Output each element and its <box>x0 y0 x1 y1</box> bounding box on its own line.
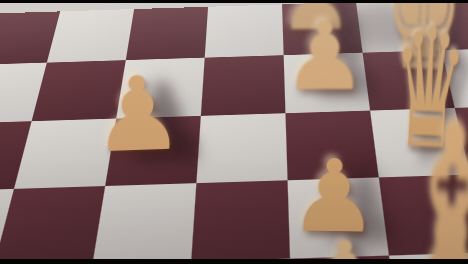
photo-frame: ♟♟♟♚♛♝♟♟ <box>0 0 468 264</box>
board-square[interactable] <box>92 183 196 259</box>
board-square[interactable] <box>191 180 290 259</box>
piece-pawn-b6[interactable]: ♟ <box>91 62 186 167</box>
piece-pawn-d7[interactable]: ♟ <box>283 10 367 104</box>
board-square[interactable] <box>201 55 286 116</box>
board-photo: ♟♟♟♚♛♝♟♟ <box>0 3 468 259</box>
letterbox-top-bar <box>0 0 468 3</box>
piece-bishop-e5[interactable]: ♝ <box>385 91 468 259</box>
board-square[interactable] <box>196 113 287 183</box>
board-square[interactable] <box>0 186 105 259</box>
letterbox-bottom-bar <box>0 259 468 264</box>
board-square[interactable] <box>205 4 284 57</box>
board-square[interactable] <box>126 7 208 60</box>
piece-pawn-d4[interactable]: ♟ <box>306 230 385 259</box>
